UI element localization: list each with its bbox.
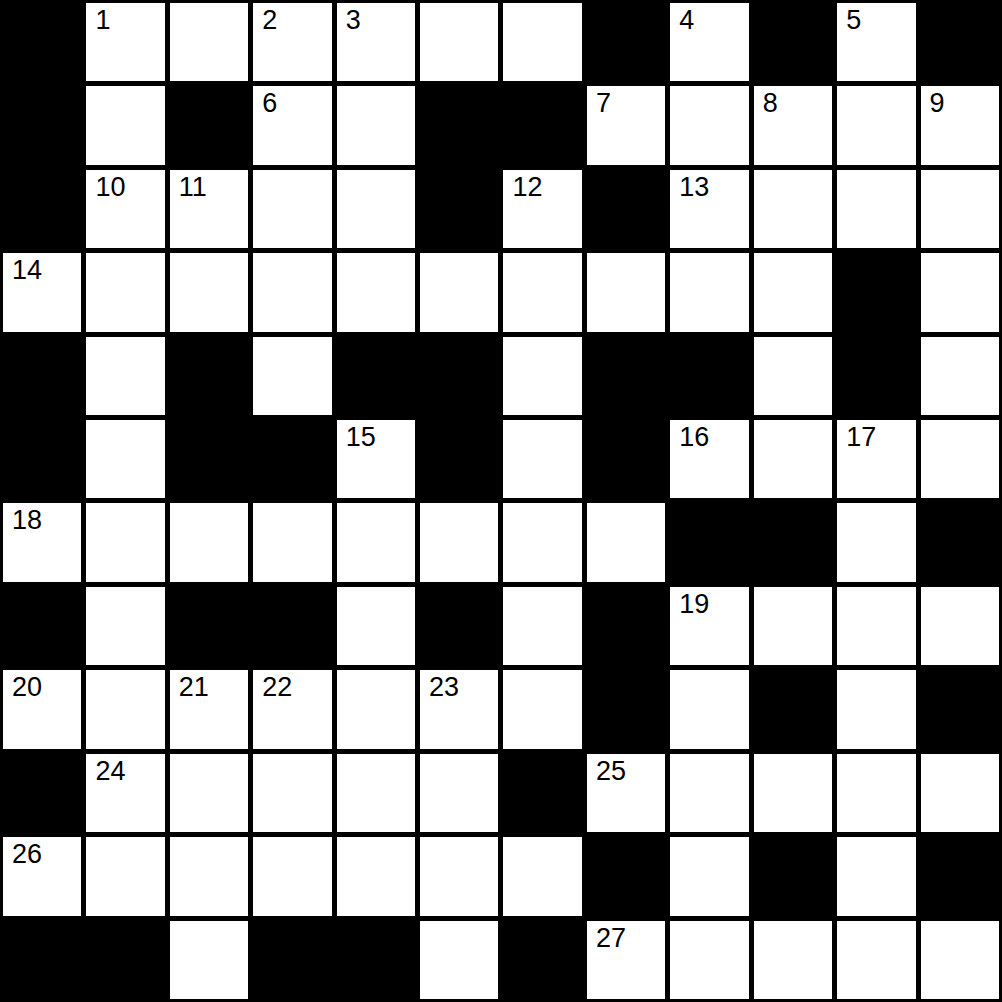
white-cell[interactable] [420, 3, 498, 81]
white-cell[interactable] [253, 503, 331, 581]
clue-number: 4 [679, 6, 694, 36]
black-cell [170, 420, 248, 498]
white-cell[interactable] [921, 337, 999, 415]
white-cell[interactable] [253, 253, 331, 331]
white-cell[interactable] [503, 503, 581, 581]
clue-number: 27 [596, 924, 626, 954]
white-cell[interactable] [253, 337, 331, 415]
white-cell[interactable] [170, 503, 248, 581]
black-cell [337, 337, 415, 415]
white-cell[interactable]: 8 [754, 86, 832, 164]
white-cell[interactable] [503, 587, 581, 665]
clue-number: 21 [179, 673, 209, 703]
white-cell[interactable] [86, 86, 164, 164]
clue-number: 8 [763, 89, 778, 119]
white-cell[interactable] [253, 754, 331, 832]
white-cell[interactable] [754, 754, 832, 832]
white-cell[interactable]: 7 [587, 86, 665, 164]
white-cell[interactable] [420, 503, 498, 581]
white-cell[interactable] [86, 587, 164, 665]
white-cell[interactable]: 6 [253, 86, 331, 164]
black-cell [420, 170, 498, 248]
black-cell [3, 587, 81, 665]
white-cell[interactable] [337, 754, 415, 832]
crossword-board: 1234567891011121314151617181920212223242… [0, 0, 1002, 1002]
white-cell[interactable]: 15 [337, 420, 415, 498]
black-cell [3, 3, 81, 81]
white-cell[interactable]: 24 [86, 754, 164, 832]
clue-number: 23 [429, 673, 459, 703]
black-cell [587, 420, 665, 498]
white-cell[interactable]: 14 [3, 253, 81, 331]
white-cell[interactable]: 5 [837, 3, 915, 81]
white-cell[interactable] [837, 754, 915, 832]
black-cell [253, 921, 331, 999]
white-cell[interactable] [253, 837, 331, 915]
black-cell [86, 921, 164, 999]
white-cell[interactable]: 26 [3, 837, 81, 915]
white-cell[interactable] [170, 921, 248, 999]
black-cell [420, 337, 498, 415]
white-cell[interactable] [420, 921, 498, 999]
white-cell[interactable] [86, 670, 164, 748]
clue-number: 3 [346, 6, 361, 36]
black-cell [754, 3, 832, 81]
clue-number: 26 [12, 840, 42, 870]
clue-number: 12 [512, 173, 542, 203]
white-cell[interactable]: 18 [3, 503, 81, 581]
white-cell[interactable] [337, 503, 415, 581]
white-cell[interactable] [86, 337, 164, 415]
black-cell [3, 921, 81, 999]
black-cell [3, 86, 81, 164]
clue-number: 22 [262, 673, 292, 703]
white-cell[interactable]: 12 [503, 170, 581, 248]
black-cell [420, 587, 498, 665]
white-cell[interactable] [420, 253, 498, 331]
black-cell [420, 86, 498, 164]
white-cell[interactable]: 21 [170, 670, 248, 748]
black-cell [503, 921, 581, 999]
black-cell [670, 337, 748, 415]
black-cell [921, 3, 999, 81]
white-cell[interactable]: 17 [837, 420, 915, 498]
white-cell[interactable] [170, 837, 248, 915]
white-cell[interactable] [670, 837, 748, 915]
white-cell[interactable] [837, 503, 915, 581]
white-cell[interactable] [86, 837, 164, 915]
white-cell[interactable]: 1 [86, 3, 164, 81]
white-cell[interactable]: 25 [587, 754, 665, 832]
clue-number: 5 [846, 6, 861, 36]
white-cell[interactable]: 22 [253, 670, 331, 748]
white-cell[interactable] [837, 86, 915, 164]
black-cell [420, 420, 498, 498]
white-cell[interactable] [921, 754, 999, 832]
white-cell[interactable] [921, 587, 999, 665]
clue-number: 20 [12, 673, 42, 703]
white-cell[interactable] [503, 837, 581, 915]
white-cell[interactable]: 4 [670, 3, 748, 81]
white-cell[interactable]: 27 [587, 921, 665, 999]
clue-number: 11 [179, 173, 207, 203]
black-cell [587, 670, 665, 748]
clue-number: 24 [95, 757, 125, 787]
white-cell[interactable]: 13 [670, 170, 748, 248]
clue-number: 1 [95, 6, 110, 36]
clue-number: 6 [262, 89, 277, 119]
black-cell [837, 253, 915, 331]
white-cell[interactable] [837, 670, 915, 748]
black-cell [670, 503, 748, 581]
black-cell [587, 170, 665, 248]
black-cell [587, 587, 665, 665]
white-cell[interactable] [420, 837, 498, 915]
white-cell[interactable]: 19 [670, 587, 748, 665]
clue-number: 15 [346, 423, 376, 453]
black-cell [754, 503, 832, 581]
white-cell[interactable] [754, 587, 832, 665]
white-cell[interactable] [837, 921, 915, 999]
white-cell[interactable] [86, 253, 164, 331]
white-cell[interactable] [337, 837, 415, 915]
white-cell[interactable] [921, 170, 999, 248]
black-cell [921, 837, 999, 915]
black-cell [3, 754, 81, 832]
white-cell[interactable] [837, 837, 915, 915]
clue-number: 10 [95, 173, 125, 203]
black-cell [3, 170, 81, 248]
white-cell[interactable] [921, 420, 999, 498]
black-cell [503, 86, 581, 164]
black-cell [587, 837, 665, 915]
white-cell[interactable] [670, 253, 748, 331]
white-cell[interactable] [503, 3, 581, 81]
black-cell [170, 337, 248, 415]
white-cell[interactable] [837, 170, 915, 248]
white-cell[interactable] [337, 86, 415, 164]
black-cell [921, 503, 999, 581]
black-cell [921, 670, 999, 748]
white-cell[interactable] [337, 670, 415, 748]
white-cell[interactable] [754, 253, 832, 331]
white-cell[interactable] [86, 503, 164, 581]
white-cell[interactable] [420, 754, 498, 832]
white-cell[interactable] [670, 86, 748, 164]
clue-number: 9 [930, 89, 945, 119]
white-cell[interactable]: 16 [670, 420, 748, 498]
clue-number: 18 [12, 506, 42, 536]
black-cell [253, 587, 331, 665]
white-cell[interactable] [170, 754, 248, 832]
black-cell [3, 337, 81, 415]
white-cell[interactable]: 23 [420, 670, 498, 748]
black-cell [170, 587, 248, 665]
white-cell[interactable]: 20 [3, 670, 81, 748]
white-cell[interactable] [754, 420, 832, 498]
white-cell[interactable] [754, 921, 832, 999]
black-cell [253, 420, 331, 498]
white-cell[interactable] [670, 921, 748, 999]
black-cell [503, 754, 581, 832]
white-cell[interactable] [170, 3, 248, 81]
white-cell[interactable] [587, 503, 665, 581]
white-cell[interactable] [337, 170, 415, 248]
white-cell[interactable] [587, 253, 665, 331]
white-cell[interactable] [837, 587, 915, 665]
white-cell[interactable]: 10 [86, 170, 164, 248]
white-cell[interactable]: 2 [253, 3, 331, 81]
clue-number: 14 [12, 256, 42, 286]
white-cell[interactable] [503, 670, 581, 748]
white-cell[interactable]: 11 [170, 170, 248, 248]
clue-number: 16 [679, 423, 709, 453]
black-cell [754, 837, 832, 915]
white-cell[interactable] [337, 587, 415, 665]
clue-number: 17 [846, 423, 876, 453]
black-cell [587, 3, 665, 81]
black-cell [170, 86, 248, 164]
white-cell[interactable] [670, 670, 748, 748]
clue-number: 13 [679, 173, 709, 203]
black-cell [337, 921, 415, 999]
black-cell [837, 337, 915, 415]
white-cell[interactable] [921, 253, 999, 331]
white-cell[interactable] [170, 253, 248, 331]
clue-number: 2 [262, 6, 277, 36]
white-cell[interactable] [337, 253, 415, 331]
white-cell[interactable] [503, 420, 581, 498]
white-cell[interactable] [503, 253, 581, 331]
clue-number: 25 [596, 757, 626, 787]
white-cell[interactable]: 9 [921, 86, 999, 164]
white-cell[interactable] [503, 337, 581, 415]
white-cell[interactable] [754, 337, 832, 415]
clue-number: 19 [679, 590, 709, 620]
white-cell[interactable] [670, 754, 748, 832]
black-cell [587, 337, 665, 415]
white-cell[interactable] [921, 921, 999, 999]
black-cell [754, 670, 832, 748]
clue-number: 7 [596, 89, 611, 119]
white-cell[interactable] [253, 170, 331, 248]
white-cell[interactable] [86, 420, 164, 498]
white-cell[interactable]: 3 [337, 3, 415, 81]
black-cell [3, 420, 81, 498]
white-cell[interactable] [754, 170, 832, 248]
